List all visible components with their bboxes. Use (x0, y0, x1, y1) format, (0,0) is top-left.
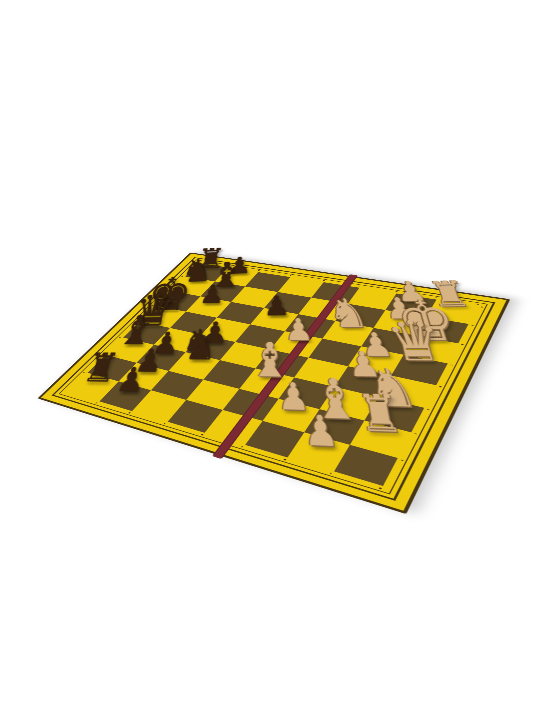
piece-black-pawn-f7[interactable]: ♟ (186, 281, 237, 308)
chessboard: ♜♝♛♚♞♜♟♟♟♟♝♟♞♟♟♝♟♟♞♟♝♟♟♟♟♜♞♛♚♜ (37, 252, 510, 514)
piece-white-rook-b1[interactable]: ♜ (343, 388, 420, 441)
piece-black-knight-c6[interactable]: ♞ (170, 324, 227, 366)
piece-black-pawn-a7[interactable]: ♟ (101, 363, 161, 397)
